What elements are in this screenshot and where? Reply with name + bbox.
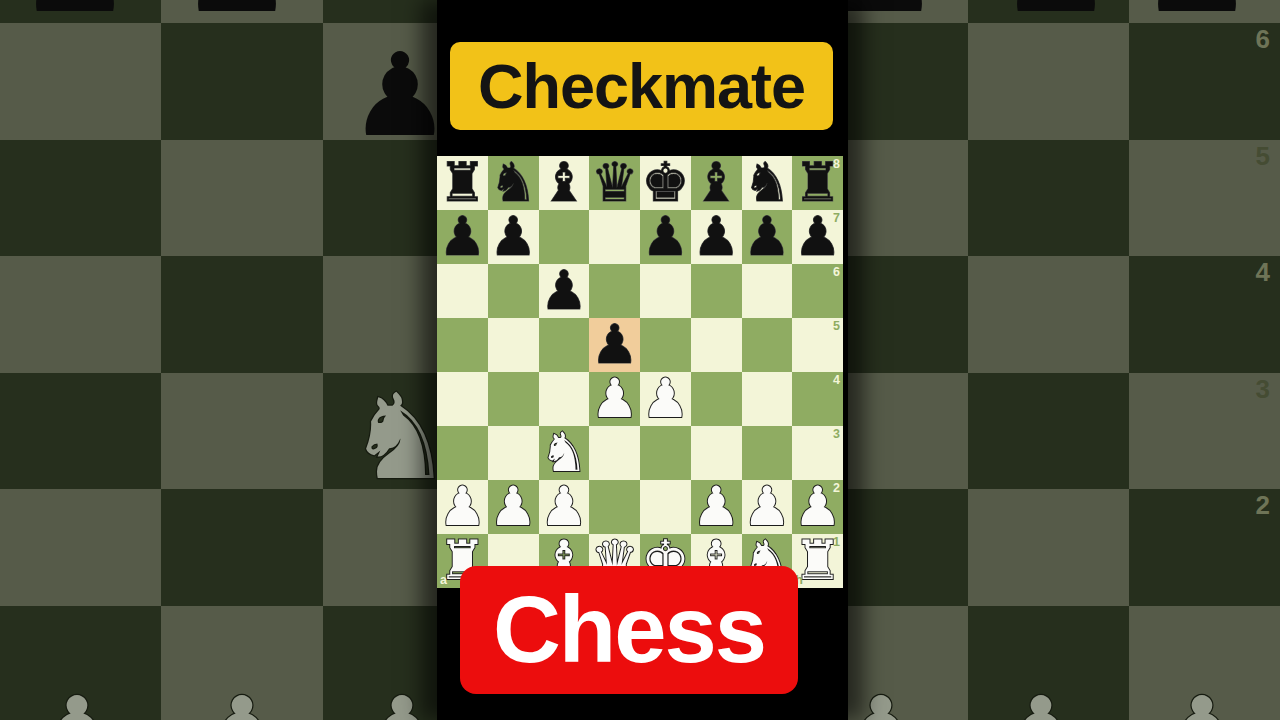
square-e6[interactable]	[640, 264, 691, 318]
square-h4[interactable]: 4	[792, 372, 843, 426]
piece-black-pawn: ♟	[540, 264, 588, 318]
square-a4[interactable]	[437, 372, 488, 426]
background-black-piece-base-icon: ♟	[17, 0, 134, 31]
square-a8[interactable]: ♜	[437, 156, 488, 210]
rank-label-4: 4	[833, 374, 840, 387]
square-b3[interactable]	[488, 426, 539, 480]
piece-black-bishop: ♝	[540, 156, 588, 210]
square-h7[interactable]: 7♟	[792, 210, 843, 264]
background-square	[968, 256, 1130, 374]
background-square	[161, 489, 323, 607]
square-c5[interactable]	[539, 318, 590, 372]
piece-white-knight: ♞	[540, 426, 588, 480]
rank-label-1: 1	[833, 536, 840, 549]
background-square	[968, 140, 1130, 258]
square-c7[interactable]	[539, 210, 590, 264]
piece-white-pawn: ♟	[489, 480, 537, 534]
square-d6[interactable]	[589, 264, 640, 318]
square-f4[interactable]	[691, 372, 742, 426]
background-square	[161, 256, 323, 374]
square-h1[interactable]: 1h♜	[792, 534, 843, 588]
background-square	[968, 489, 1130, 607]
background-black-piece-base-icon: ♟	[998, 0, 1115, 31]
background-square	[0, 489, 162, 607]
square-f8[interactable]: ♝	[691, 156, 742, 210]
square-d4[interactable]: ♟	[589, 372, 640, 426]
checkmate-banner: Checkmate	[450, 42, 833, 130]
square-e2[interactable]	[640, 480, 691, 534]
square-c2[interactable]: ♟	[539, 480, 590, 534]
file-label-a: a	[440, 574, 447, 587]
background-square	[0, 256, 162, 374]
rank-label-7: 7	[833, 212, 840, 225]
square-f3[interactable]	[691, 426, 742, 480]
square-c8[interactable]: ♝	[539, 156, 590, 210]
background-black-piece-base-icon: ♟	[1139, 0, 1256, 31]
piece-white-pawn: ♟	[641, 372, 689, 426]
piece-white-pawn: ♟	[438, 480, 486, 534]
square-a6[interactable]	[437, 264, 488, 318]
square-h2[interactable]: 2♟	[792, 480, 843, 534]
square-g8[interactable]: ♞	[742, 156, 793, 210]
chess-board: ♜♞♝♛♚♝♞8♜♟♟♟♟♟7♟♟6♟5♟♟4♞3♟♟♟♟♟2♟a♜bc♝d♛e…	[437, 156, 843, 562]
square-e3[interactable]	[640, 426, 691, 480]
video-frame: ♟♞♟♟♟♟♟♟♟♟♟♟♟65432 Checkmate ♜♞♝♛♚♝♞8♜♟♟…	[0, 0, 1280, 720]
piece-black-pawn: ♟	[438, 210, 486, 264]
square-e5[interactable]	[640, 318, 691, 372]
background-square	[161, 140, 323, 258]
background-white-pawn-top-icon: ♟	[184, 680, 301, 720]
square-g6[interactable]	[742, 264, 793, 318]
background-square	[968, 373, 1130, 491]
square-f5[interactable]	[691, 318, 742, 372]
square-d2[interactable]	[589, 480, 640, 534]
piece-white-pawn: ♟	[692, 480, 740, 534]
piece-black-knight: ♞	[743, 156, 791, 210]
square-d8[interactable]: ♛	[589, 156, 640, 210]
square-f2[interactable]: ♟	[691, 480, 742, 534]
background-black-piece-base-icon: ♟	[179, 0, 296, 31]
square-b6[interactable]	[488, 264, 539, 318]
square-g7[interactable]: ♟	[742, 210, 793, 264]
background-white-pawn-top-icon: ♟	[19, 680, 136, 720]
square-b4[interactable]	[488, 372, 539, 426]
square-b7[interactable]: ♟	[488, 210, 539, 264]
background-rank-label: 3	[1256, 376, 1270, 402]
background-square	[161, 373, 323, 491]
square-e4[interactable]: ♟	[640, 372, 691, 426]
checkmate-banner-text: Checkmate	[478, 50, 805, 122]
square-c4[interactable]	[539, 372, 590, 426]
background-rank-label: 4	[1256, 259, 1270, 285]
piece-black-pawn: ♟	[590, 318, 638, 372]
background-rank-label: 2	[1256, 492, 1270, 518]
square-d5[interactable]: ♟	[589, 318, 640, 372]
chess-banner-text: Chess	[493, 576, 765, 684]
rank-label-8: 8	[833, 158, 840, 171]
rank-label-2: 2	[833, 482, 840, 495]
square-g3[interactable]	[742, 426, 793, 480]
square-a7[interactable]: ♟	[437, 210, 488, 264]
piece-black-bishop: ♝	[692, 156, 740, 210]
square-d3[interactable]	[589, 426, 640, 480]
piece-black-pawn: ♟	[743, 210, 791, 264]
square-g5[interactable]	[742, 318, 793, 372]
square-a2[interactable]: ♟	[437, 480, 488, 534]
piece-white-pawn: ♟	[540, 480, 588, 534]
piece-black-pawn: ♟	[692, 210, 740, 264]
square-h6[interactable]: 6	[792, 264, 843, 318]
square-g2[interactable]: ♟	[742, 480, 793, 534]
square-e7[interactable]: ♟	[640, 210, 691, 264]
square-c6[interactable]: ♟	[539, 264, 590, 318]
piece-black-rook: ♜	[438, 156, 486, 210]
background-white-pawn-top-icon: ♟	[1144, 680, 1261, 720]
background-rank-label: 6	[1256, 26, 1270, 52]
piece-white-pawn: ♟	[590, 372, 638, 426]
square-d7[interactable]	[589, 210, 640, 264]
square-h5[interactable]: 5	[792, 318, 843, 372]
chess-banner: Chess	[460, 566, 798, 694]
square-g4[interactable]	[742, 372, 793, 426]
square-f6[interactable]	[691, 264, 742, 318]
piece-black-knight: ♞	[489, 156, 537, 210]
background-rank-label: 5	[1256, 143, 1270, 169]
square-e8[interactable]: ♚	[640, 156, 691, 210]
square-b5[interactable]	[488, 318, 539, 372]
rank-label-5: 5	[833, 320, 840, 333]
piece-black-king: ♚	[641, 156, 689, 210]
piece-black-pawn: ♟	[641, 210, 689, 264]
piece-white-pawn: ♟	[743, 480, 791, 534]
background-square	[0, 140, 162, 258]
rank-label-6: 6	[833, 266, 840, 279]
piece-black-queen: ♛	[590, 156, 638, 210]
square-b8[interactable]: ♞	[488, 156, 539, 210]
square-a5[interactable]	[437, 318, 488, 372]
piece-black-pawn: ♟	[489, 210, 537, 264]
rank-label-3: 3	[833, 428, 840, 441]
square-a3[interactable]	[437, 426, 488, 480]
background-white-pawn-top-icon: ♟	[983, 680, 1100, 720]
square-b2[interactable]: ♟	[488, 480, 539, 534]
square-h3[interactable]: 3	[792, 426, 843, 480]
square-f7[interactable]: ♟	[691, 210, 742, 264]
square-h8[interactable]: 8♜	[792, 156, 843, 210]
square-c3[interactable]: ♞	[539, 426, 590, 480]
background-square	[0, 373, 162, 491]
